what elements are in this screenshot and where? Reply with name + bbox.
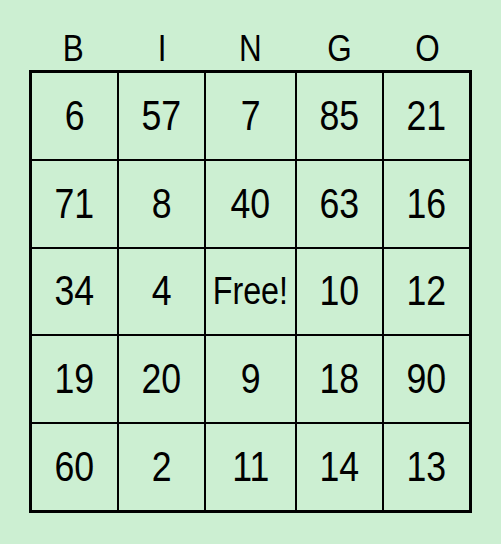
bingo-cell-r3c1[interactable]: 34 — [32, 249, 117, 335]
bingo-cell-r4c3[interactable]: 9 — [206, 336, 295, 422]
header-letter-o: O — [383, 0, 472, 70]
bingo-cell-r4c4[interactable]: 18 — [297, 336, 382, 422]
bingo-number: 13 — [407, 446, 447, 488]
bingo-cell-r5c2[interactable]: 2 — [119, 424, 204, 510]
bingo-number: 2 — [152, 446, 172, 488]
header-letter-b: B — [29, 0, 118, 70]
bingo-cell-r1c2[interactable]: 57 — [119, 73, 204, 159]
bingo-number: 16 — [407, 183, 447, 225]
bingo-cell-r3c5[interactable]: 12 — [384, 249, 469, 335]
header-letter-text: N — [239, 30, 262, 67]
bingo-number: 21 — [407, 95, 447, 137]
bingo-number: 8 — [152, 183, 172, 225]
bingo-number: 90 — [407, 358, 447, 400]
bingo-number: 9 — [241, 358, 261, 400]
bingo-number: 6 — [65, 95, 85, 137]
bingo-number: 4 — [152, 270, 172, 312]
bingo-number: 7 — [241, 95, 261, 137]
bingo-number: 60 — [55, 446, 95, 488]
bingo-number: 57 — [142, 95, 182, 137]
bingo-cell-r3c4[interactable]: 10 — [297, 249, 382, 335]
bingo-cell-r4c5[interactable]: 90 — [384, 336, 469, 422]
header-letter-text: G — [327, 30, 351, 67]
bingo-number: 12 — [407, 270, 447, 312]
bingo-cell-r5c1[interactable]: 60 — [32, 424, 117, 510]
header-letter-g: G — [295, 0, 384, 70]
bingo-cell-r4c1[interactable]: 19 — [32, 336, 117, 422]
header-letter-text: B — [63, 30, 84, 67]
bingo-cell-r1c1[interactable]: 6 — [32, 73, 117, 159]
bingo-header: BINGO — [29, 0, 472, 70]
bingo-number: 34 — [55, 270, 95, 312]
bingo-number: 19 — [55, 358, 95, 400]
bingo-number: 85 — [320, 95, 360, 137]
free-cell[interactable]: Free! — [206, 249, 295, 335]
bingo-number: 14 — [320, 446, 360, 488]
bingo-cell-r5c5[interactable]: 13 — [384, 424, 469, 510]
header-letter-text: O — [415, 30, 439, 67]
bingo-number: 11 — [232, 446, 269, 488]
bingo-cell-r2c4[interactable]: 63 — [297, 161, 382, 247]
bingo-cell-r2c3[interactable]: 40 — [206, 161, 295, 247]
bingo-card: { "game": "bingo", "position": "6 57 7 8… — [0, 0, 501, 544]
bingo-cell-r2c1[interactable]: 71 — [32, 161, 117, 247]
bingo-cell-r3c2[interactable]: 4 — [119, 249, 204, 335]
bingo-cell-r1c5[interactable]: 21 — [384, 73, 469, 159]
header-letter-text: I — [158, 30, 167, 67]
bingo-cell-r1c3[interactable]: 7 — [206, 73, 295, 159]
bingo-cell-r2c5[interactable]: 16 — [384, 161, 469, 247]
bingo-number: 10 — [320, 270, 360, 312]
bingo-cell-r2c2[interactable]: 8 — [119, 161, 204, 247]
bingo-cell-r5c3[interactable]: 11 — [206, 424, 295, 510]
bingo-number: 18 — [320, 358, 360, 400]
header-letter-i: I — [118, 0, 207, 70]
header-letter-n: N — [206, 0, 295, 70]
bingo-cell-r1c4[interactable]: 85 — [297, 73, 382, 159]
bingo-number: 71 — [55, 183, 95, 225]
bingo-number: 63 — [320, 183, 360, 225]
free-cell-label: Free! — [213, 272, 288, 310]
bingo-cell-r4c2[interactable]: 20 — [119, 336, 204, 422]
bingo-board: 65778521718406316344Free!101219209189060… — [29, 70, 472, 513]
bingo-cell-r5c4[interactable]: 14 — [297, 424, 382, 510]
bingo-number: 40 — [231, 183, 271, 225]
bingo-number: 20 — [142, 358, 182, 400]
